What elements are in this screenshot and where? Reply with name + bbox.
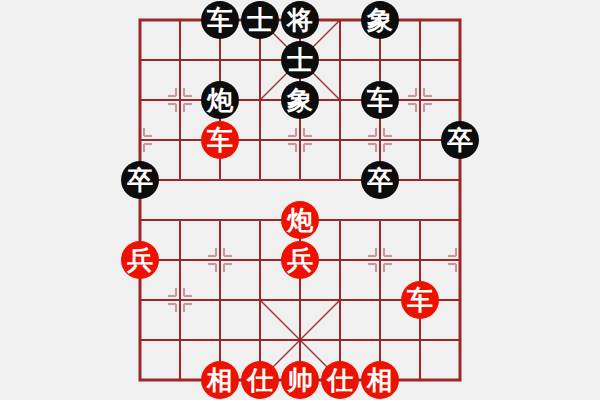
piece-red-elephant[interactable]: 相 <box>201 361 239 399</box>
piece-red-advisor[interactable]: 仕 <box>241 361 279 399</box>
piece-black-cannon[interactable]: 炮 <box>201 81 239 119</box>
piece-black-advisor[interactable]: 士 <box>241 1 279 39</box>
piece-red-advisor[interactable]: 仕 <box>321 361 359 399</box>
piece-black-pawn[interactable]: 卒 <box>361 161 399 199</box>
piece-black-general[interactable]: 将 <box>281 1 319 39</box>
piece-red-elephant[interactable]: 相 <box>361 361 399 399</box>
piece-black-pawn[interactable]: 卒 <box>441 121 479 159</box>
piece-black-pawn[interactable]: 卒 <box>121 161 159 199</box>
piece-black-advisor[interactable]: 士 <box>281 41 319 79</box>
piece-red-general[interactable]: 帅 <box>281 361 319 399</box>
piece-black-elephant[interactable]: 象 <box>281 81 319 119</box>
piece-red-pawn[interactable]: 兵 <box>121 241 159 279</box>
xiangqi-board: 车士将象士炮象车车卒卒卒炮兵兵车相仕帅仕相 <box>0 0 600 400</box>
piece-red-chariot[interactable]: 车 <box>201 121 239 159</box>
piece-grid: 车士将象士炮象车车卒卒卒炮兵兵车相仕帅仕相 <box>120 0 480 400</box>
piece-red-pawn[interactable]: 兵 <box>281 241 319 279</box>
piece-red-chariot[interactable]: 车 <box>401 281 439 319</box>
piece-black-elephant[interactable]: 象 <box>361 1 399 39</box>
piece-black-chariot[interactable]: 车 <box>201 1 239 39</box>
piece-red-cannon[interactable]: 炮 <box>281 201 319 239</box>
piece-black-chariot[interactable]: 车 <box>361 81 399 119</box>
